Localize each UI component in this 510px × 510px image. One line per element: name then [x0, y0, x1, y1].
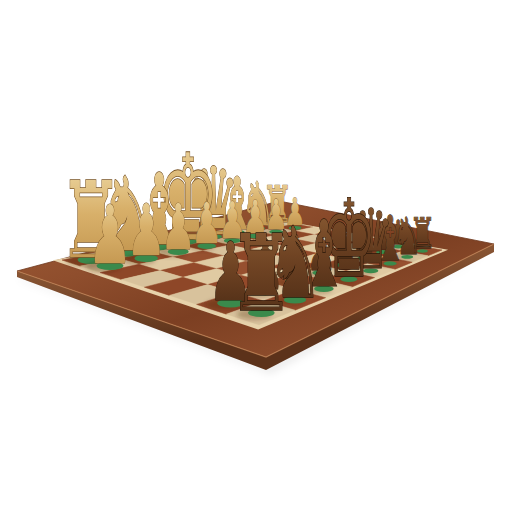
piece-white-pawn-h2: ♟ [85, 188, 132, 282]
piece-black-rook-h8: ♜ [228, 211, 294, 335]
rook-glyph: ♜ [228, 211, 294, 335]
pawn-glyph: ♟ [88, 188, 133, 282]
chess-set-photo: ♜♟♞♟♝♟♛♟♚♟♟♝♜♟♟♞♞♟♟♜♝♟♟♛♟♚♟♝♟♞♟♜ [0, 0, 510, 510]
chessboard: ♜♟♞♟♝♟♛♟♚♟♟♝♜♟♟♞♞♟♟♜♝♟♟♛♟♚♟♝♟♞♟♜ [0, 0, 510, 510]
